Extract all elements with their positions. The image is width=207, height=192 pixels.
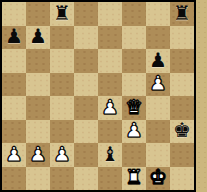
square-c7[interactable]	[50, 26, 74, 50]
square-f5[interactable]	[122, 73, 146, 97]
piece-black-pawn[interactable]: ♟	[5, 26, 23, 46]
square-a4[interactable]	[2, 96, 26, 120]
square-h6[interactable]	[170, 49, 194, 73]
piece-white-pawn[interactable]: ♟	[53, 144, 71, 164]
square-b4[interactable]	[26, 96, 50, 120]
square-g4[interactable]	[146, 96, 170, 120]
square-g7[interactable]	[146, 26, 170, 50]
square-g8[interactable]	[146, 2, 170, 26]
square-g2[interactable]	[146, 143, 170, 167]
square-f4[interactable]: ♛	[122, 96, 146, 120]
piece-white-pawn[interactable]: ♟	[29, 144, 47, 164]
square-e4[interactable]: ♟	[98, 96, 122, 120]
square-d1[interactable]	[74, 167, 98, 191]
piece-white-king[interactable]: ♚	[149, 167, 167, 187]
square-c1[interactable]	[50, 167, 74, 191]
square-b1[interactable]	[26, 167, 50, 191]
square-c6[interactable]	[50, 49, 74, 73]
piece-black-rook[interactable]: ♜	[173, 3, 191, 23]
square-a7[interactable]: ♟	[2, 26, 26, 50]
square-c3[interactable]	[50, 120, 74, 144]
square-h1[interactable]	[170, 167, 194, 191]
square-a8[interactable]	[2, 2, 26, 26]
square-d2[interactable]	[74, 143, 98, 167]
square-b2[interactable]: ♟	[26, 143, 50, 167]
square-c5[interactable]	[50, 73, 74, 97]
piece-white-pawn[interactable]: ♟	[125, 120, 143, 140]
square-b8[interactable]	[26, 2, 50, 26]
square-e3[interactable]	[98, 120, 122, 144]
square-d8[interactable]	[74, 2, 98, 26]
square-e6[interactable]	[98, 49, 122, 73]
square-h8[interactable]: ♜	[170, 2, 194, 26]
square-f3[interactable]: ♟	[122, 120, 146, 144]
square-e7[interactable]	[98, 26, 122, 50]
square-d7[interactable]	[74, 26, 98, 50]
square-h5[interactable]	[170, 73, 194, 97]
square-f2[interactable]	[122, 143, 146, 167]
square-d4[interactable]	[74, 96, 98, 120]
square-h2[interactable]	[170, 143, 194, 167]
piece-white-rook[interactable]: ♜	[125, 167, 143, 187]
square-c2[interactable]: ♟	[50, 143, 74, 167]
square-b6[interactable]	[26, 49, 50, 73]
piece-black-king[interactable]: ♚	[173, 120, 191, 140]
piece-white-pawn[interactable]: ♟	[5, 144, 23, 164]
square-f1[interactable]: ♜	[122, 167, 146, 191]
chess-board-screenshot: ♜♜♟♟♟♟♟♛♟♚♟♟♟♝♜♚	[0, 0, 207, 192]
square-e8[interactable]	[98, 2, 122, 26]
chess-board: ♜♜♟♟♟♟♟♛♟♚♟♟♟♝♜♚	[0, 0, 196, 192]
piece-white-pawn[interactable]: ♟	[149, 73, 167, 93]
square-e5[interactable]	[98, 73, 122, 97]
square-b3[interactable]	[26, 120, 50, 144]
square-b5[interactable]	[26, 73, 50, 97]
square-c4[interactable]	[50, 96, 74, 120]
square-a2[interactable]: ♟	[2, 143, 26, 167]
square-e2[interactable]: ♝	[98, 143, 122, 167]
square-f8[interactable]	[122, 2, 146, 26]
square-e1[interactable]	[98, 167, 122, 191]
square-b7[interactable]: ♟	[26, 26, 50, 50]
square-c8[interactable]: ♜	[50, 2, 74, 26]
square-d5[interactable]	[74, 73, 98, 97]
piece-black-pawn[interactable]: ♟	[29, 26, 47, 46]
square-f6[interactable]	[122, 49, 146, 73]
square-h4[interactable]	[170, 96, 194, 120]
square-f7[interactable]	[122, 26, 146, 50]
piece-black-rook[interactable]: ♜	[53, 3, 71, 23]
square-a3[interactable]	[2, 120, 26, 144]
piece-white-queen[interactable]: ♛	[125, 97, 143, 117]
square-g3[interactable]	[146, 120, 170, 144]
square-h7[interactable]	[170, 26, 194, 50]
piece-black-pawn[interactable]: ♟	[149, 50, 167, 70]
square-a5[interactable]	[2, 73, 26, 97]
square-d3[interactable]	[74, 120, 98, 144]
square-a6[interactable]	[2, 49, 26, 73]
square-h3[interactable]: ♚	[170, 120, 194, 144]
piece-black-bishop[interactable]: ♝	[101, 144, 119, 164]
square-g6[interactable]: ♟	[146, 49, 170, 73]
board-right-margin	[196, 0, 207, 192]
square-d6[interactable]	[74, 49, 98, 73]
square-a1[interactable]	[2, 167, 26, 191]
square-g1[interactable]: ♚	[146, 167, 170, 191]
piece-white-pawn[interactable]: ♟	[101, 97, 119, 117]
square-g5[interactable]: ♟	[146, 73, 170, 97]
